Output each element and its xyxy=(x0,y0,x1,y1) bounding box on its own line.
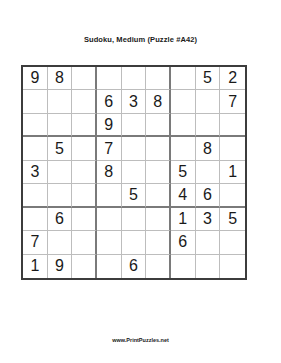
cell-r2c9[interactable]: 7 xyxy=(220,90,245,113)
cell-r6c2[interactable] xyxy=(48,184,73,207)
cell-r1c2[interactable]: 8 xyxy=(48,67,73,90)
cell-r8c1[interactable]: 7 xyxy=(23,231,48,254)
cell-r7c7[interactable]: 1 xyxy=(171,208,196,231)
cell-r7c1[interactable] xyxy=(23,208,48,231)
cell-r7c3[interactable] xyxy=(72,208,97,231)
cell-r6c8[interactable]: 6 xyxy=(196,184,221,207)
cell-r4c9[interactable] xyxy=(220,137,245,160)
cell-r6c6[interactable] xyxy=(146,184,171,207)
puzzle-page: Sudoku, Medium (Puzzle #A42) 98526387957… xyxy=(0,0,281,363)
cell-r7c9[interactable]: 5 xyxy=(220,208,245,231)
cell-r4c5[interactable] xyxy=(122,137,147,160)
cell-r2c6[interactable]: 8 xyxy=(146,90,171,113)
cell-r8c8[interactable] xyxy=(196,231,221,254)
cell-r5c6[interactable] xyxy=(146,161,171,184)
cell-r1c9[interactable]: 2 xyxy=(220,67,245,90)
cell-r5c4[interactable]: 8 xyxy=(97,161,122,184)
cell-r9c6[interactable] xyxy=(146,255,171,278)
cell-r1c1[interactable]: 9 xyxy=(23,67,48,90)
cell-r6c4[interactable] xyxy=(97,184,122,207)
cell-r2c8[interactable] xyxy=(196,90,221,113)
cell-r8c2[interactable] xyxy=(48,231,73,254)
puzzle-title: Sudoku, Medium (Puzzle #A42) xyxy=(0,35,281,44)
cell-r2c3[interactable] xyxy=(72,90,97,113)
cell-r9c7[interactable] xyxy=(171,255,196,278)
cell-r6c9[interactable] xyxy=(220,184,245,207)
cell-r8c4[interactable] xyxy=(97,231,122,254)
cell-r7c5[interactable] xyxy=(122,208,147,231)
cell-r7c6[interactable] xyxy=(146,208,171,231)
cell-r4c6[interactable] xyxy=(146,137,171,160)
cell-r5c5[interactable] xyxy=(122,161,147,184)
cell-r4c8[interactable]: 8 xyxy=(196,137,221,160)
cell-r9c3[interactable] xyxy=(72,255,97,278)
cell-r9c4[interactable] xyxy=(97,255,122,278)
cell-r3c1[interactable] xyxy=(23,114,48,137)
cell-r3c5[interactable] xyxy=(122,114,147,137)
cell-r6c5[interactable]: 5 xyxy=(122,184,147,207)
cell-r5c8[interactable] xyxy=(196,161,221,184)
cell-r3c2[interactable] xyxy=(48,114,73,137)
cell-r1c5[interactable] xyxy=(122,67,147,90)
cell-r2c1[interactable] xyxy=(23,90,48,113)
cell-r5c1[interactable]: 3 xyxy=(23,161,48,184)
cell-r3c9[interactable] xyxy=(220,114,245,137)
cell-r9c8[interactable] xyxy=(196,255,221,278)
cell-r5c9[interactable]: 1 xyxy=(220,161,245,184)
cell-r3c6[interactable] xyxy=(146,114,171,137)
cell-r2c5[interactable]: 3 xyxy=(122,90,147,113)
cell-r2c4[interactable]: 6 xyxy=(97,90,122,113)
cell-r9c1[interactable]: 1 xyxy=(23,255,48,278)
cell-r9c5[interactable]: 6 xyxy=(122,255,147,278)
cell-r7c8[interactable]: 3 xyxy=(196,208,221,231)
cell-r9c9[interactable] xyxy=(220,255,245,278)
cell-r1c7[interactable] xyxy=(171,67,196,90)
sudoku-board: 9852638795783851546613576196 xyxy=(21,65,247,280)
cell-r3c4[interactable]: 9 xyxy=(97,114,122,137)
cell-r4c2[interactable]: 5 xyxy=(48,137,73,160)
cell-r7c4[interactable] xyxy=(97,208,122,231)
cell-r1c6[interactable] xyxy=(146,67,171,90)
cell-r4c3[interactable] xyxy=(72,137,97,160)
cell-r9c2[interactable]: 9 xyxy=(48,255,73,278)
cell-r7c2[interactable]: 6 xyxy=(48,208,73,231)
cell-r3c7[interactable] xyxy=(171,114,196,137)
cell-r1c8[interactable]: 5 xyxy=(196,67,221,90)
cell-r3c3[interactable] xyxy=(72,114,97,137)
site-credit: www.PrintPuzzles.net xyxy=(0,337,281,343)
cell-r1c3[interactable] xyxy=(72,67,97,90)
cell-r1c4[interactable] xyxy=(97,67,122,90)
cell-r8c5[interactable] xyxy=(122,231,147,254)
cell-r5c7[interactable]: 5 xyxy=(171,161,196,184)
cell-r8c9[interactable] xyxy=(220,231,245,254)
cell-r5c3[interactable] xyxy=(72,161,97,184)
cell-r6c7[interactable]: 4 xyxy=(171,184,196,207)
cell-r2c2[interactable] xyxy=(48,90,73,113)
cell-r5c2[interactable] xyxy=(48,161,73,184)
cell-r4c7[interactable] xyxy=(171,137,196,160)
cell-r3c8[interactable] xyxy=(196,114,221,137)
cell-r6c3[interactable] xyxy=(72,184,97,207)
cell-r2c7[interactable] xyxy=(171,90,196,113)
cell-r4c1[interactable] xyxy=(23,137,48,160)
cell-r8c7[interactable]: 6 xyxy=(171,231,196,254)
cell-r8c6[interactable] xyxy=(146,231,171,254)
cell-r6c1[interactable] xyxy=(23,184,48,207)
cell-r4c4[interactable]: 7 xyxy=(97,137,122,160)
cell-r8c3[interactable] xyxy=(72,231,97,254)
